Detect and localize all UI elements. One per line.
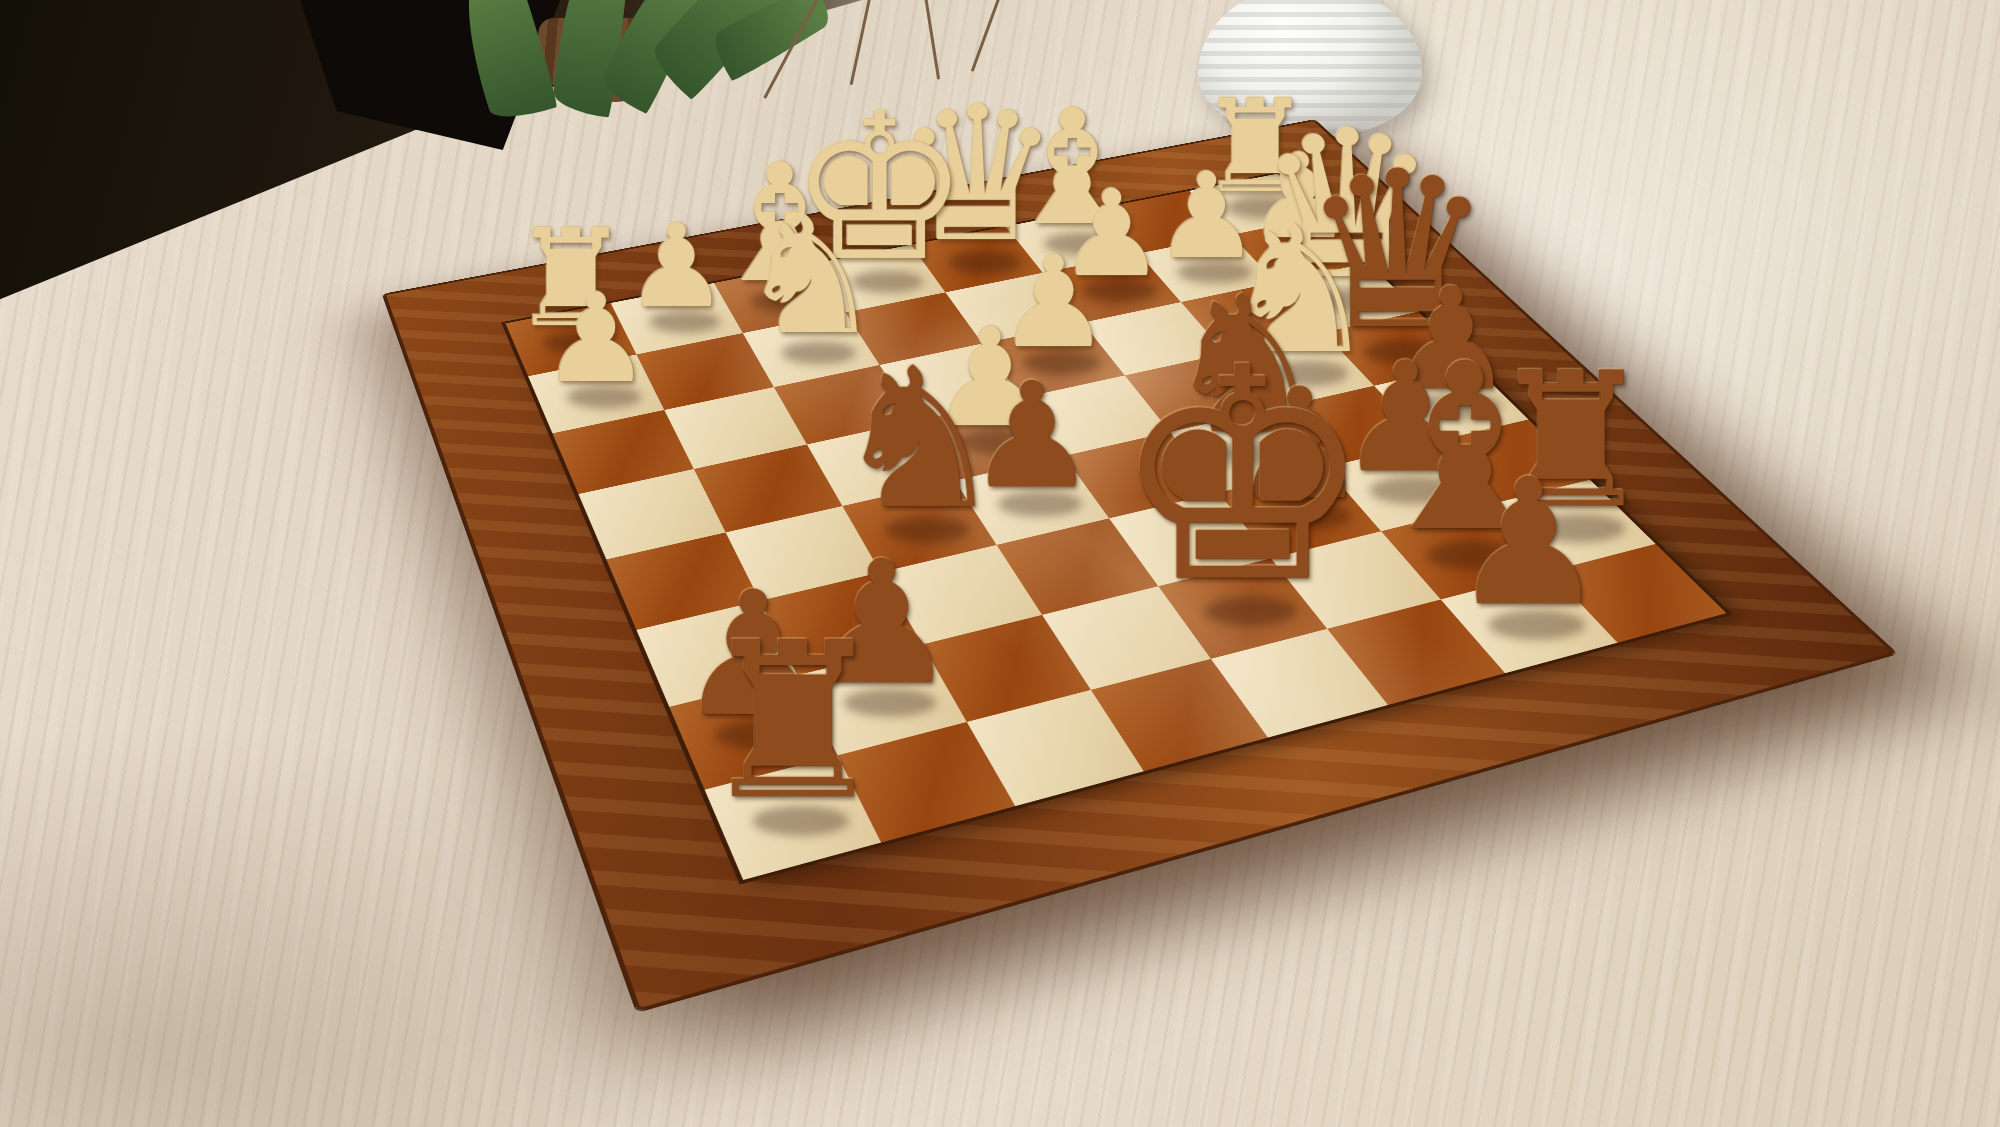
dried-stem <box>971 0 1003 72</box>
piece-black-knight-f5[interactable]: ♞ <box>832 342 1006 536</box>
scene: ♜♝♟♛♟♚♟♛♝♟♜♛♞♟♞♟♟♟♞♟♟♟♜♞♝♚♟♟♟♜ <box>0 0 2000 1127</box>
piece-white-pawn-h2[interactable]: ♟ <box>541 277 651 400</box>
piece-black-pawn-b8[interactable]: ♟ <box>1451 457 1607 631</box>
piece-black-rook-h8[interactable]: ♜ <box>697 613 890 828</box>
piece-black-king-d7[interactable]: ♚ <box>1111 330 1374 623</box>
